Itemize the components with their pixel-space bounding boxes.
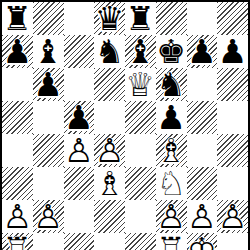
white-pawn-glyph: ♙ xyxy=(218,200,248,233)
square-c6[interactable] xyxy=(64,68,95,101)
black-bishop[interactable]: ♝♝ xyxy=(33,35,64,68)
square-e1[interactable] xyxy=(125,233,156,250)
square-a7[interactable]: ♟♟ xyxy=(2,35,33,68)
white-bishop-glyph: ♗ xyxy=(156,134,186,167)
square-g4[interactable] xyxy=(187,134,218,167)
white-pawn[interactable]: ♟♙ xyxy=(187,200,218,233)
square-g8[interactable] xyxy=(187,2,218,35)
white-pawn[interactable]: ♟♙ xyxy=(64,134,95,167)
square-b7[interactable]: ♝♝ xyxy=(33,35,64,68)
white-pawn[interactable]: ♟♙ xyxy=(94,134,125,167)
black-pawn-glyph: ♟ xyxy=(3,35,33,68)
square-c2[interactable] xyxy=(64,200,95,233)
square-e5[interactable] xyxy=(125,101,156,134)
black-rook[interactable]: ♜♜ xyxy=(125,2,156,35)
square-d7[interactable]: ♞♞ xyxy=(94,35,125,68)
square-d6[interactable] xyxy=(94,68,125,101)
square-e7[interactable]: ♝♝ xyxy=(125,35,156,68)
square-a2[interactable]: ♟♙ xyxy=(2,200,33,233)
white-queen[interactable]: ♛♕ xyxy=(125,68,156,101)
square-a3[interactable] xyxy=(2,167,33,200)
square-g7[interactable]: ♟♟ xyxy=(187,35,218,68)
square-h3[interactable] xyxy=(217,167,248,200)
white-rook[interactable]: ♜♖ xyxy=(2,233,33,250)
square-b2[interactable]: ♟♙ xyxy=(33,200,64,233)
square-h6[interactable] xyxy=(217,68,248,101)
square-c3[interactable] xyxy=(64,167,95,200)
white-bishop[interactable]: ♝♗ xyxy=(94,167,125,200)
black-rook-glyph: ♜ xyxy=(126,2,156,35)
black-bishop[interactable]: ♝♝ xyxy=(125,35,156,68)
square-e3[interactable] xyxy=(125,167,156,200)
black-knight-glyph: ♞ xyxy=(156,68,186,101)
white-bishop-glyph: ♗ xyxy=(95,167,125,200)
square-c7[interactable] xyxy=(64,35,95,68)
square-h8[interactable] xyxy=(217,2,248,35)
white-pawn-glyph: ♙ xyxy=(187,200,217,233)
white-pawn-glyph: ♙ xyxy=(156,200,186,233)
black-queen-glyph: ♛ xyxy=(95,2,125,35)
square-f6[interactable]: ♞♞ xyxy=(156,68,187,101)
square-b8[interactable] xyxy=(33,2,64,35)
black-rook-glyph: ♜ xyxy=(3,2,33,35)
square-d4[interactable]: ♟♙ xyxy=(94,134,125,167)
white-rook-glyph: ♖ xyxy=(156,233,186,250)
square-f5[interactable]: ♟♟ xyxy=(156,101,187,134)
white-knight[interactable]: ♞♘ xyxy=(156,167,187,200)
square-f4[interactable]: ♝♗ xyxy=(156,134,187,167)
square-g3[interactable] xyxy=(187,167,218,200)
square-g2[interactable]: ♟♙ xyxy=(187,200,218,233)
white-knight-glyph: ♘ xyxy=(156,167,186,200)
white-pawn[interactable]: ♟♙ xyxy=(156,200,187,233)
white-pawn[interactable]: ♟♙ xyxy=(33,200,64,233)
black-rook[interactable]: ♜♜ xyxy=(2,2,33,35)
black-pawn-glyph: ♟ xyxy=(33,68,63,101)
white-queen-glyph: ♕ xyxy=(126,68,156,101)
square-e6[interactable]: ♛♕ xyxy=(125,68,156,101)
square-f1[interactable]: ♜♖ xyxy=(156,233,187,250)
square-e4[interactable] xyxy=(125,134,156,167)
square-c4[interactable]: ♟♙ xyxy=(64,134,95,167)
square-h2[interactable]: ♟♙ xyxy=(217,200,248,233)
square-b6[interactable]: ♟♟ xyxy=(33,68,64,101)
black-pawn[interactable]: ♟♟ xyxy=(156,101,187,134)
black-queen[interactable]: ♛♛ xyxy=(94,2,125,35)
square-c8[interactable] xyxy=(64,2,95,35)
square-f3[interactable]: ♞♘ xyxy=(156,167,187,200)
square-a4[interactable] xyxy=(2,134,33,167)
black-king-glyph: ♚ xyxy=(156,35,186,68)
square-a5[interactable] xyxy=(2,101,33,134)
square-g5[interactable] xyxy=(187,101,218,134)
black-knight-glyph: ♞ xyxy=(95,35,125,68)
white-pawn-glyph: ♙ xyxy=(95,134,125,167)
black-pawn-glyph: ♟ xyxy=(156,101,186,134)
square-e2[interactable] xyxy=(125,200,156,233)
white-pawn-glyph: ♙ xyxy=(3,200,33,233)
square-d2[interactable] xyxy=(94,200,125,233)
square-h5[interactable] xyxy=(217,101,248,134)
square-g6[interactable] xyxy=(187,68,218,101)
square-f2[interactable]: ♟♙ xyxy=(156,200,187,233)
square-f7[interactable]: ♚♚ xyxy=(156,35,187,68)
white-pawn-glyph: ♙ xyxy=(64,134,94,167)
black-bishop-glyph: ♝ xyxy=(126,35,156,68)
black-knight[interactable]: ♞♞ xyxy=(94,35,125,68)
black-pawn-glyph: ♟ xyxy=(187,35,217,68)
square-c5[interactable]: ♟♟ xyxy=(64,101,95,134)
square-b4[interactable] xyxy=(33,134,64,167)
square-d8[interactable]: ♛♛ xyxy=(94,2,125,35)
white-rook[interactable]: ♜♖ xyxy=(156,233,187,250)
white-bishop[interactable]: ♝♗ xyxy=(156,134,187,167)
white-pawn[interactable]: ♟♙ xyxy=(217,200,248,233)
square-g1[interactable]: ♚♔ xyxy=(187,233,218,250)
square-f8[interactable] xyxy=(156,2,187,35)
white-king[interactable]: ♚♔ xyxy=(187,233,218,250)
square-a8[interactable]: ♜♜ xyxy=(2,2,33,35)
square-d3[interactable]: ♝♗ xyxy=(94,167,125,200)
black-pawn[interactable]: ♟♟ xyxy=(2,35,33,68)
square-h7[interactable]: ♟♟ xyxy=(217,35,248,68)
square-b5[interactable] xyxy=(33,101,64,134)
square-a1[interactable]: ♜♖ xyxy=(2,233,33,250)
black-pawn[interactable]: ♟♟ xyxy=(187,35,218,68)
square-d1[interactable] xyxy=(94,233,125,250)
square-b3[interactable] xyxy=(33,167,64,200)
black-king[interactable]: ♚♚ xyxy=(156,35,187,68)
square-a6[interactable] xyxy=(2,68,33,101)
square-h4[interactable] xyxy=(217,134,248,167)
chess-board: ♜♜♛♛♜♜♟♟♝♝♞♞♝♝♚♚♟♟♟♟♟♟♛♕♞♞♟♟♟♟♟♙♟♙♝♗♝♗♞♘… xyxy=(0,0,250,250)
white-rook-glyph: ♖ xyxy=(3,233,33,250)
white-pawn-glyph: ♙ xyxy=(33,200,63,233)
black-bishop-glyph: ♝ xyxy=(33,35,63,68)
black-pawn-glyph: ♟ xyxy=(218,35,248,68)
white-pawn[interactable]: ♟♙ xyxy=(2,200,33,233)
square-c1[interactable] xyxy=(64,233,95,250)
square-d5[interactable] xyxy=(94,101,125,134)
black-pawn[interactable]: ♟♟ xyxy=(217,35,248,68)
black-pawn[interactable]: ♟♟ xyxy=(33,68,64,101)
black-knight[interactable]: ♞♞ xyxy=(156,68,187,101)
black-pawn-glyph: ♟ xyxy=(64,101,94,134)
white-king-glyph: ♔ xyxy=(187,233,217,250)
black-pawn[interactable]: ♟♟ xyxy=(64,101,95,134)
square-e8[interactable]: ♜♜ xyxy=(125,2,156,35)
